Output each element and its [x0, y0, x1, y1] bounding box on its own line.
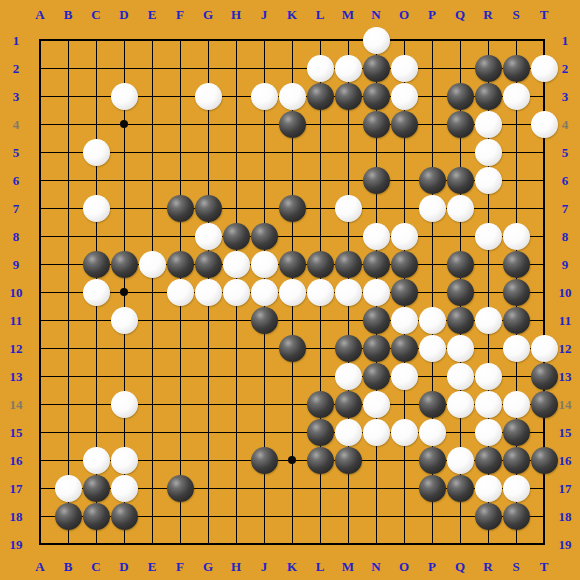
row-label-right-15: 15 [559, 426, 572, 439]
row-label-right-16: 16 [559, 454, 572, 467]
stone-black-F9 [167, 251, 194, 278]
stone-black-Q10 [447, 279, 474, 306]
stone-white-L10 [307, 279, 334, 306]
stone-white-M2 [335, 55, 362, 82]
stone-white-P15 [419, 419, 446, 446]
stone-black-O4 [391, 111, 418, 138]
stone-black-O9 [391, 251, 418, 278]
stone-black-N13 [363, 363, 390, 390]
stone-white-N8 [363, 223, 390, 250]
stone-white-P12 [419, 335, 446, 362]
stone-white-T4 [531, 111, 558, 138]
stone-black-F7 [167, 195, 194, 222]
stone-white-O8 [391, 223, 418, 250]
stone-white-R5 [475, 139, 502, 166]
stone-black-Q9 [447, 251, 474, 278]
col-label-bottom-L: L [316, 560, 325, 573]
stone-white-N10 [363, 279, 390, 306]
col-label-bottom-O: O [399, 560, 409, 573]
row-label-right-13: 13 [559, 370, 572, 383]
stone-white-H9 [223, 251, 250, 278]
col-label-bottom-R: R [483, 560, 492, 573]
col-label-bottom-F: F [176, 560, 184, 573]
stone-black-T14 [531, 391, 558, 418]
row-label-left-17: 17 [10, 482, 23, 495]
stone-white-O3 [391, 83, 418, 110]
stone-black-C9 [83, 251, 110, 278]
stone-white-N15 [363, 419, 390, 446]
stone-white-M10 [335, 279, 362, 306]
stone-black-H8 [223, 223, 250, 250]
stone-black-S2 [503, 55, 530, 82]
stone-black-K12 [279, 335, 306, 362]
stone-white-K3 [279, 83, 306, 110]
stone-white-J3 [251, 83, 278, 110]
stone-black-K9 [279, 251, 306, 278]
star-point-D10 [120, 288, 128, 296]
row-label-left-14: 14 [10, 398, 23, 411]
col-label-bottom-H: H [231, 560, 241, 573]
stone-white-R11 [475, 307, 502, 334]
stone-black-K7 [279, 195, 306, 222]
stone-black-L9 [307, 251, 334, 278]
stone-white-Q16 [447, 447, 474, 474]
col-label-top-S: S [512, 8, 519, 21]
stone-black-S16 [503, 447, 530, 474]
col-label-bottom-A: A [35, 560, 44, 573]
stone-black-J11 [251, 307, 278, 334]
stone-black-T16 [531, 447, 558, 474]
stone-black-O12 [391, 335, 418, 362]
stone-white-R15 [475, 419, 502, 446]
stone-black-Q17 [447, 475, 474, 502]
stone-black-N12 [363, 335, 390, 362]
stone-white-F10 [167, 279, 194, 306]
col-label-bottom-Q: Q [455, 560, 465, 573]
stone-black-N2 [363, 55, 390, 82]
stone-black-L16 [307, 447, 334, 474]
stone-white-S14 [503, 391, 530, 418]
stone-white-M13 [335, 363, 362, 390]
col-label-top-M: M [342, 8, 354, 21]
stone-white-S8 [503, 223, 530, 250]
stone-black-S11 [503, 307, 530, 334]
stone-black-S15 [503, 419, 530, 446]
col-label-top-N: N [371, 8, 380, 21]
row-label-left-9: 9 [13, 258, 20, 271]
col-label-top-F: F [176, 8, 184, 21]
stone-white-R13 [475, 363, 502, 390]
stone-black-N4 [363, 111, 390, 138]
col-label-top-L: L [316, 8, 325, 21]
stone-white-N1 [363, 27, 390, 54]
col-label-top-J: J [261, 8, 268, 21]
star-point-D4 [120, 120, 128, 128]
row-label-right-1: 1 [562, 34, 569, 47]
stone-black-L15 [307, 419, 334, 446]
stone-white-R6 [475, 167, 502, 194]
stone-white-J9 [251, 251, 278, 278]
stone-black-S10 [503, 279, 530, 306]
star-point-K16 [288, 456, 296, 464]
col-label-top-T: T [540, 8, 549, 21]
stone-black-O10 [391, 279, 418, 306]
stone-black-S18 [503, 503, 530, 530]
stone-black-M14 [335, 391, 362, 418]
stone-white-C7 [83, 195, 110, 222]
stone-black-F17 [167, 475, 194, 502]
stone-white-C5 [83, 139, 110, 166]
stone-black-M9 [335, 251, 362, 278]
stone-black-P14 [419, 391, 446, 418]
col-label-bottom-M: M [342, 560, 354, 573]
col-label-bottom-C: C [91, 560, 100, 573]
row-label-right-3: 3 [562, 90, 569, 103]
stone-white-C16 [83, 447, 110, 474]
row-label-right-14: 14 [559, 398, 572, 411]
col-label-top-R: R [483, 8, 492, 21]
stone-white-O15 [391, 419, 418, 446]
stone-white-R17 [475, 475, 502, 502]
col-label-bottom-P: P [428, 560, 436, 573]
row-label-left-11: 11 [10, 314, 22, 327]
row-label-left-5: 5 [13, 146, 20, 159]
col-label-top-C: C [91, 8, 100, 21]
stone-black-B18 [55, 503, 82, 530]
stone-black-M16 [335, 447, 362, 474]
stone-black-K4 [279, 111, 306, 138]
stone-white-H10 [223, 279, 250, 306]
row-label-left-15: 15 [10, 426, 23, 439]
col-label-bottom-B: B [64, 560, 73, 573]
stone-black-N9 [363, 251, 390, 278]
stone-white-D11 [111, 307, 138, 334]
stone-black-D18 [111, 503, 138, 530]
col-label-top-H: H [231, 8, 241, 21]
col-label-top-A: A [35, 8, 44, 21]
stone-white-T2 [531, 55, 558, 82]
row-label-right-7: 7 [562, 202, 569, 215]
stone-black-J16 [251, 447, 278, 474]
stone-black-N6 [363, 167, 390, 194]
col-label-bottom-D: D [119, 560, 128, 573]
row-label-right-19: 19 [559, 538, 572, 551]
stone-black-P17 [419, 475, 446, 502]
row-label-left-2: 2 [13, 62, 20, 75]
stone-white-R8 [475, 223, 502, 250]
row-label-left-6: 6 [13, 174, 20, 187]
row-label-left-7: 7 [13, 202, 20, 215]
stone-white-K10 [279, 279, 306, 306]
stone-white-R4 [475, 111, 502, 138]
row-label-left-1: 1 [13, 34, 20, 47]
col-label-bottom-G: G [203, 560, 213, 573]
stone-black-P16 [419, 447, 446, 474]
stone-black-R3 [475, 83, 502, 110]
stone-black-T13 [531, 363, 558, 390]
col-label-top-D: D [119, 8, 128, 21]
go-board[interactable]: ABCDEFGHJKLMNOPQRST ABCDEFGHJKLMNOPQRST … [0, 0, 580, 580]
stone-white-N14 [363, 391, 390, 418]
stone-black-L3 [307, 83, 334, 110]
col-label-bottom-J: J [261, 560, 268, 573]
row-label-right-12: 12 [559, 342, 572, 355]
stone-white-M15 [335, 419, 362, 446]
stone-white-Q14 [447, 391, 474, 418]
col-label-bottom-N: N [371, 560, 380, 573]
row-label-right-9: 9 [562, 258, 569, 271]
col-label-bottom-E: E [148, 560, 157, 573]
stone-white-G8 [195, 223, 222, 250]
stone-white-E9 [139, 251, 166, 278]
stone-black-M3 [335, 83, 362, 110]
stone-black-D9 [111, 251, 138, 278]
row-label-right-17: 17 [559, 482, 572, 495]
col-label-top-O: O [399, 8, 409, 21]
row-label-left-8: 8 [13, 230, 20, 243]
stone-white-P7 [419, 195, 446, 222]
stone-black-Q4 [447, 111, 474, 138]
row-label-right-4: 4 [562, 118, 569, 131]
stone-white-O2 [391, 55, 418, 82]
stone-white-B17 [55, 475, 82, 502]
stone-white-Q12 [447, 335, 474, 362]
row-label-left-18: 18 [10, 510, 23, 523]
col-label-top-K: K [287, 8, 297, 21]
stone-black-P6 [419, 167, 446, 194]
col-label-top-G: G [203, 8, 213, 21]
stone-white-R14 [475, 391, 502, 418]
stone-white-D14 [111, 391, 138, 418]
stone-black-R16 [475, 447, 502, 474]
stone-black-C18 [83, 503, 110, 530]
row-label-right-2: 2 [562, 62, 569, 75]
stone-black-Q6 [447, 167, 474, 194]
stone-black-Q3 [447, 83, 474, 110]
stone-black-L14 [307, 391, 334, 418]
stone-white-C10 [83, 279, 110, 306]
row-label-right-5: 5 [562, 146, 569, 159]
stone-white-J10 [251, 279, 278, 306]
stone-white-D17 [111, 475, 138, 502]
col-label-top-B: B [64, 8, 73, 21]
row-label-left-19: 19 [10, 538, 23, 551]
stone-black-J8 [251, 223, 278, 250]
stone-white-D3 [111, 83, 138, 110]
stone-white-P11 [419, 307, 446, 334]
row-label-left-3: 3 [13, 90, 20, 103]
col-label-top-Q: Q [455, 8, 465, 21]
stone-black-R18 [475, 503, 502, 530]
stone-white-S12 [503, 335, 530, 362]
stone-black-G7 [195, 195, 222, 222]
stone-white-M7 [335, 195, 362, 222]
stone-white-L2 [307, 55, 334, 82]
stone-black-Q11 [447, 307, 474, 334]
col-label-top-E: E [148, 8, 157, 21]
stone-black-R2 [475, 55, 502, 82]
row-label-right-11: 11 [559, 314, 571, 327]
row-label-left-16: 16 [10, 454, 23, 467]
col-label-bottom-T: T [540, 560, 549, 573]
stone-white-T12 [531, 335, 558, 362]
row-label-right-6: 6 [562, 174, 569, 187]
stone-white-G10 [195, 279, 222, 306]
row-label-right-10: 10 [559, 286, 572, 299]
stone-black-S9 [503, 251, 530, 278]
stone-white-S3 [503, 83, 530, 110]
stone-white-S17 [503, 475, 530, 502]
col-label-bottom-S: S [512, 560, 519, 573]
row-label-right-8: 8 [562, 230, 569, 243]
row-label-left-4: 4 [13, 118, 20, 131]
row-label-left-12: 12 [10, 342, 23, 355]
stone-white-Q7 [447, 195, 474, 222]
col-label-bottom-K: K [287, 560, 297, 573]
row-label-left-13: 13 [10, 370, 23, 383]
stone-black-G9 [195, 251, 222, 278]
row-label-left-10: 10 [10, 286, 23, 299]
row-label-right-18: 18 [559, 510, 572, 523]
stone-white-O11 [391, 307, 418, 334]
col-label-top-P: P [428, 8, 436, 21]
stone-white-G3 [195, 83, 222, 110]
stone-white-O13 [391, 363, 418, 390]
stone-black-C17 [83, 475, 110, 502]
stone-white-Q13 [447, 363, 474, 390]
stone-black-N3 [363, 83, 390, 110]
stone-black-N11 [363, 307, 390, 334]
stone-white-D16 [111, 447, 138, 474]
stone-black-M12 [335, 335, 362, 362]
